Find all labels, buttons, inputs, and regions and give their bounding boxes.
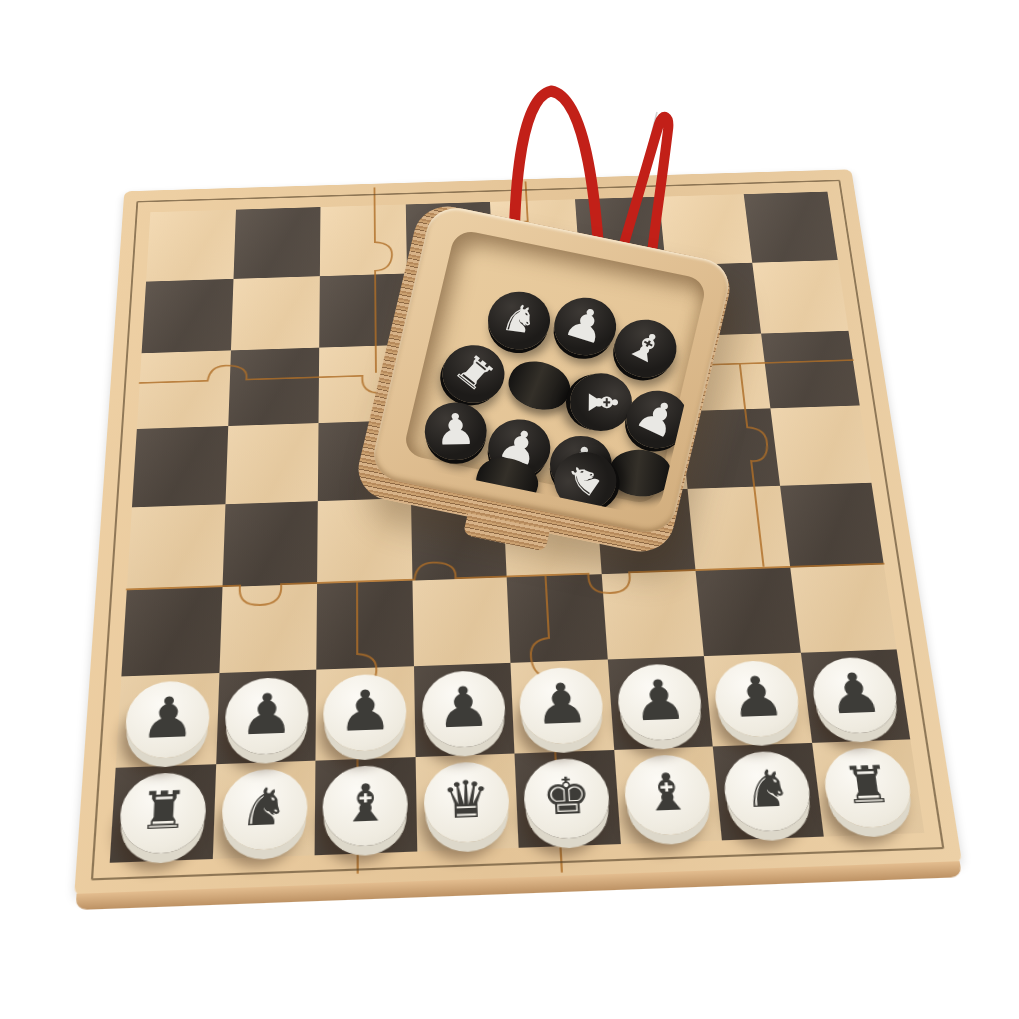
storage-box: ♞♟♝♜♝♟♟♟♟♞	[352, 200, 736, 557]
white-bishop-f1: ♝	[622, 753, 713, 836]
white-rook-a1: ♜	[118, 771, 207, 855]
king-glyph: ♚	[541, 770, 593, 823]
queen-glyph: ♛	[441, 773, 491, 826]
pawn-glyph: ♟	[727, 668, 787, 725]
pawn-glyph: ♟	[434, 408, 476, 452]
bishop-glyph: ♝	[621, 323, 672, 372]
white-knight-b1: ♞	[221, 768, 308, 851]
box-contents: ♞♟♝♜♝♟♟♟♟♞	[392, 220, 716, 518]
knight-glyph: ♞	[740, 763, 794, 816]
product-photo: { "scene": { "type": "product-photo", "b…	[0, 0, 1019, 1019]
rook-glyph: ♜	[839, 759, 894, 812]
white-king-e1: ♚	[523, 757, 612, 840]
rook-glyph: ♜	[448, 348, 501, 398]
white-pawn-e2: ♟	[518, 667, 605, 746]
bishop-glyph: ♝	[341, 777, 390, 830]
pawn-glyph: ♟	[338, 682, 393, 740]
pawn-glyph: ♟	[436, 679, 492, 736]
pawn-glyph: ♟	[239, 685, 295, 743]
bishop-glyph: ♝	[641, 766, 694, 819]
black-knight-disc: ♞	[484, 288, 554, 354]
black-disc-edge	[502, 354, 578, 418]
knight-glyph: ♞	[557, 456, 610, 504]
white-pawn-b2: ♟	[224, 677, 309, 756]
knight-glyph: ♞	[239, 780, 289, 833]
box-plywood-wall: ♞♟♝♜♝♟♟♟♟♞	[352, 200, 736, 557]
pawn-glyph: ♟	[824, 665, 885, 722]
black-bishop-disc: ♝	[570, 373, 633, 431]
white-pawn-d2: ♟	[421, 670, 506, 749]
white-knight-g1: ♞	[721, 750, 814, 833]
bishop-glyph: ♝	[583, 385, 623, 419]
pawn-glyph: ♟	[559, 298, 613, 351]
white-pawn-f2: ♟	[615, 663, 704, 742]
pawn-glyph: ♟	[630, 672, 689, 729]
white-rook-h1: ♜	[820, 746, 915, 828]
white-queen-d1: ♛	[423, 761, 510, 844]
white-bishop-c1: ♝	[323, 764, 409, 847]
white-pawn-g2: ♟	[712, 660, 803, 739]
rook-glyph: ♜	[138, 784, 190, 837]
black-pawn-disc: ♟	[424, 402, 488, 461]
pawn-glyph: ♟	[533, 675, 590, 732]
knight-glyph: ♞	[499, 298, 540, 340]
black-pawn-disc: ♟	[546, 290, 624, 363]
white-pawn-c2: ♟	[323, 673, 407, 752]
white-pawn-a2: ♟	[124, 680, 211, 759]
pawn-glyph: ♟	[139, 689, 196, 747]
white-pawn-h2: ♟	[809, 657, 902, 735]
